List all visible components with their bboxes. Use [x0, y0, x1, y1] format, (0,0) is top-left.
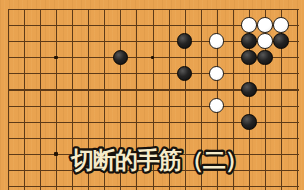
title-text: 切断的手筋（二）: [70, 147, 247, 173]
title-overlay: 切断的手筋（二）: [0, 0, 304, 190]
go-app-screenshot: 切断的手筋（二）: [0, 0, 304, 190]
